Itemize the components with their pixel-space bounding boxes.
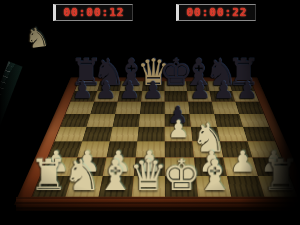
square-f1[interactable]: ♝ [196,176,231,197]
black-pawn-a7[interactable]: ♟ [72,78,93,102]
black-pawn-b7[interactable]: ♟ [95,78,116,102]
board-front-edge [16,197,300,211]
black-clock: 00:00:22 [176,4,256,21]
square-d4[interactable] [137,127,165,142]
chess-board: ♜♞♝♛♚♝♞♜♟♟♟♟♟♟♟♟♟♞♟♟♟♟♟♟♟♜♞♝♛♚♝♜ [14,77,300,205]
square-e1[interactable]: ♚ [165,176,198,197]
chess-scene: 00:00:12 00:00:22 ♜♞♝♛♚♝♞♜♟♟♟♟♟♟♟♟♟♞♟♟♟♟… [0,0,300,225]
offboard-knight-icon: ♞ [23,23,50,53]
black-pawn-d7[interactable]: ♟ [142,78,163,102]
white-bishop-f1[interactable]: ♝ [195,154,233,197]
black-pawn-g7[interactable]: ♟ [213,78,234,102]
square-b5[interactable] [87,114,116,127]
black-pawn-f7[interactable]: ♟ [189,78,210,102]
square-d5[interactable] [139,114,165,127]
square-a4[interactable] [55,127,87,142]
square-d6[interactable] [140,102,165,114]
black-pawn-h7[interactable]: ♟ [237,78,258,102]
ruler [0,61,23,173]
square-c7[interactable]: ♟ [118,91,143,102]
square-c4[interactable] [110,127,139,142]
square-f7[interactable]: ♟ [187,91,212,102]
square-e7[interactable] [165,91,189,102]
square-d1[interactable]: ♛ [132,176,165,197]
square-h4[interactable] [243,127,275,142]
square-h7[interactable]: ♟ [232,91,259,102]
square-g7[interactable]: ♟ [210,91,236,102]
square-h5[interactable] [239,114,269,127]
board-frame: ♜♞♝♛♚♝♞♜♟♟♟♟♟♟♟♟♟♞♟♟♟♟♟♟♟♜♞♝♛♚♝♜ [14,77,300,205]
square-h1[interactable]: ♜ [258,176,298,197]
square-b6[interactable] [91,102,118,114]
board-grid: ♜♞♝♛♚♝♞♜♟♟♟♟♟♟♟♟♟♞♟♟♟♟♟♟♟♜♞♝♛♚♝♜ [31,81,299,197]
square-c6[interactable] [115,102,141,114]
square-h6[interactable] [235,102,263,114]
square-f6[interactable] [188,102,214,114]
square-b4[interactable] [82,127,112,142]
white-clock: 00:00:12 [53,4,133,21]
square-d7[interactable]: ♟ [141,91,165,102]
square-e4[interactable]: ♟ [165,127,193,142]
white-rook-h1[interactable]: ♜ [262,154,300,197]
white-pawn-e4[interactable]: ♟ [168,117,190,141]
black-clock-time: 00:00:22 [187,6,248,19]
black-pawn-c7[interactable]: ♟ [119,78,140,102]
square-c5[interactable] [113,114,140,127]
white-clock-time: 00:00:12 [64,6,125,19]
ruler-ticks [0,65,12,164]
square-b7[interactable]: ♟ [94,91,120,102]
